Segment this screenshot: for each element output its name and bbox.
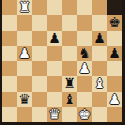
square-f6[interactable]	[77, 31, 92, 46]
square-b2[interactable]: ♛	[17, 92, 32, 107]
square-f3[interactable]	[77, 76, 92, 91]
square-d6[interactable]: ♟	[47, 31, 62, 46]
square-h5[interactable]: ♟	[107, 46, 122, 61]
square-g6[interactable]: ♟	[92, 31, 107, 46]
square-f5[interactable]: ♞	[77, 46, 92, 61]
piece-white-pawn: ♟	[78, 61, 91, 76]
square-e1[interactable]	[62, 107, 77, 122]
square-a8[interactable]	[2, 0, 17, 15]
chess-board: ♜♚♟♟♟♞♟♟♜♝♛♝♟♛♚	[2, 0, 122, 122]
piece-black-knight: ♞	[78, 46, 91, 61]
piece-black-pawn: ♟	[48, 31, 61, 46]
square-b1[interactable]	[17, 107, 32, 122]
piece-black-king: ♚	[108, 15, 121, 30]
square-d3[interactable]	[47, 76, 62, 91]
square-e3[interactable]: ♜	[62, 76, 77, 91]
chess-board-frame: ♜♚♟♟♟♞♟♟♜♝♛♝♟♛♚	[0, 0, 125, 125]
square-c2[interactable]	[32, 92, 47, 107]
square-a1[interactable]	[2, 107, 17, 122]
square-a6[interactable]	[2, 31, 17, 46]
square-d4[interactable]	[47, 61, 62, 76]
square-c4[interactable]	[32, 61, 47, 76]
square-g7[interactable]	[92, 15, 107, 30]
piece-black-pawn: ♟	[108, 46, 121, 61]
square-a3[interactable]	[2, 76, 17, 91]
square-h4[interactable]	[107, 61, 122, 76]
square-h2[interactable]: ♟	[107, 92, 122, 107]
square-e5[interactable]	[62, 46, 77, 61]
square-a2[interactable]	[2, 92, 17, 107]
square-e6[interactable]	[62, 31, 77, 46]
square-b5[interactable]: ♟	[17, 46, 32, 61]
square-d8[interactable]	[47, 0, 62, 15]
square-h8[interactable]	[107, 0, 122, 15]
square-b7[interactable]	[17, 15, 32, 30]
piece-black-rook: ♜	[63, 76, 76, 91]
square-g4[interactable]	[92, 61, 107, 76]
square-c5[interactable]	[32, 46, 47, 61]
square-f4[interactable]: ♟	[77, 61, 92, 76]
square-a7[interactable]	[2, 15, 17, 30]
square-f1[interactable]: ♚	[77, 107, 92, 122]
square-g1[interactable]	[92, 107, 107, 122]
square-a4[interactable]	[2, 61, 17, 76]
square-h6[interactable]	[107, 31, 122, 46]
piece-white-rook: ♜	[18, 0, 31, 15]
square-c1[interactable]	[32, 107, 47, 122]
square-c6[interactable]	[32, 31, 47, 46]
square-d2[interactable]	[47, 92, 62, 107]
square-h3[interactable]	[107, 76, 122, 91]
square-h7[interactable]: ♚	[107, 15, 122, 30]
square-f7[interactable]	[77, 15, 92, 30]
square-b8[interactable]: ♜	[17, 0, 32, 15]
square-h1[interactable]	[107, 107, 122, 122]
square-c7[interactable]	[32, 15, 47, 30]
square-g3[interactable]: ♝	[92, 76, 107, 91]
piece-white-bishop: ♝	[93, 76, 106, 91]
square-g8[interactable]	[92, 0, 107, 15]
piece-white-pawn: ♟	[108, 92, 121, 107]
square-e4[interactable]	[62, 61, 77, 76]
square-c3[interactable]	[32, 76, 47, 91]
piece-black-bishop: ♝	[63, 92, 76, 107]
piece-white-king: ♚	[78, 107, 91, 122]
square-a5[interactable]	[2, 46, 17, 61]
square-b3[interactable]	[17, 76, 32, 91]
piece-black-pawn: ♟	[93, 31, 106, 46]
piece-white-pawn: ♟	[18, 46, 31, 61]
piece-white-queen: ♛	[48, 107, 61, 122]
square-e8[interactable]	[62, 0, 77, 15]
square-f8[interactable]	[77, 0, 92, 15]
square-e2[interactable]: ♝	[62, 92, 77, 107]
square-d1[interactable]: ♛	[47, 107, 62, 122]
square-g5[interactable]	[92, 46, 107, 61]
square-c8[interactable]	[32, 0, 47, 15]
square-g2[interactable]	[92, 92, 107, 107]
square-e7[interactable]	[62, 15, 77, 30]
square-b4[interactable]	[17, 61, 32, 76]
piece-black-queen: ♛	[18, 92, 31, 107]
square-f2[interactable]	[77, 92, 92, 107]
square-b6[interactable]	[17, 31, 32, 46]
square-d5[interactable]	[47, 46, 62, 61]
square-d7[interactable]	[47, 15, 62, 30]
